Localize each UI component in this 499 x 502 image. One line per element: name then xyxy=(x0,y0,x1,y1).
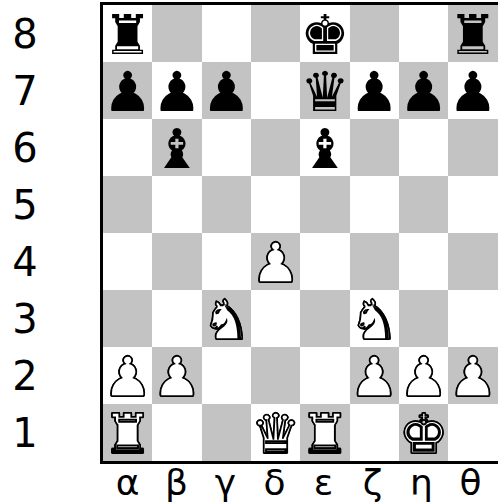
square-η7[interactable]: ♟ xyxy=(399,62,448,119)
square-ε2[interactable] xyxy=(300,347,349,404)
rank-label-7: 7 xyxy=(0,62,50,119)
square-θ2[interactable]: ♟ xyxy=(448,347,497,404)
rank-label-3: 3 xyxy=(0,290,50,347)
square-γ5[interactable] xyxy=(202,176,251,233)
square-θ6[interactable] xyxy=(448,119,497,176)
black-pawn-piece: ♟ xyxy=(399,67,448,119)
square-δ4[interactable]: ♟ xyxy=(251,233,300,290)
white-knight-piece: ♞ xyxy=(202,295,251,347)
white-pawn-piece: ♟ xyxy=(152,352,201,404)
square-δ6[interactable] xyxy=(251,119,300,176)
black-pawn-piece: ♟ xyxy=(350,67,399,119)
black-queen-piece: ♛ xyxy=(300,67,349,119)
black-pawn-piece: ♟ xyxy=(103,67,152,119)
square-ζ2[interactable]: ♟ xyxy=(350,347,399,404)
white-rook-piece: ♜ xyxy=(300,409,349,461)
square-ζ4[interactable] xyxy=(350,233,399,290)
square-θ1[interactable] xyxy=(448,404,497,461)
square-α1[interactable]: ♜ xyxy=(103,404,152,461)
white-pawn-piece: ♟ xyxy=(103,352,152,404)
square-β1[interactable] xyxy=(152,404,201,461)
rank-label-2: 2 xyxy=(0,347,50,404)
square-γ4[interactable] xyxy=(202,233,251,290)
square-γ3[interactable]: ♞ xyxy=(202,290,251,347)
white-pawn-piece: ♟ xyxy=(251,238,300,290)
white-pawn-piece: ♟ xyxy=(399,352,448,404)
square-ε8[interactable]: ♚ xyxy=(300,5,349,62)
file-label-δ: δ xyxy=(250,464,299,502)
square-δ5[interactable] xyxy=(251,176,300,233)
square-ζ7[interactable]: ♟ xyxy=(350,62,399,119)
square-ε5[interactable] xyxy=(300,176,349,233)
square-δ3[interactable] xyxy=(251,290,300,347)
square-ε7[interactable]: ♛ xyxy=(300,62,349,119)
chess-diagram: 87654321 ♜♚♜♟♟♟♛♟♟♟♝♝♟♞♞♟♟♟♟♟♜♛♜♚ αβγδεζ… xyxy=(0,0,499,502)
square-ζ5[interactable] xyxy=(350,176,399,233)
square-δ8[interactable] xyxy=(251,5,300,62)
square-α4[interactable] xyxy=(103,233,152,290)
square-β3[interactable] xyxy=(152,290,201,347)
rank-label-4: 4 xyxy=(0,233,50,290)
square-β6[interactable]: ♝ xyxy=(152,119,201,176)
square-ε4[interactable] xyxy=(300,233,349,290)
square-β4[interactable] xyxy=(152,233,201,290)
square-γ6[interactable] xyxy=(202,119,251,176)
square-α3[interactable] xyxy=(103,290,152,347)
white-pawn-piece: ♟ xyxy=(448,352,497,404)
rank-label-1: 1 xyxy=(0,404,50,461)
file-label-γ: γ xyxy=(201,464,250,502)
square-θ8[interactable]: ♜ xyxy=(448,5,497,62)
square-ε6[interactable]: ♝ xyxy=(300,119,349,176)
square-η1[interactable]: ♚ xyxy=(399,404,448,461)
square-γ8[interactable] xyxy=(202,5,251,62)
square-δ2[interactable] xyxy=(251,347,300,404)
square-η5[interactable] xyxy=(399,176,448,233)
rank-label-8: 8 xyxy=(0,5,50,62)
black-rook-piece: ♜ xyxy=(448,10,497,62)
square-ε3[interactable] xyxy=(300,290,349,347)
square-θ7[interactable]: ♟ xyxy=(448,62,497,119)
square-α5[interactable] xyxy=(103,176,152,233)
black-bishop-piece: ♝ xyxy=(300,124,349,176)
black-pawn-piece: ♟ xyxy=(202,67,251,119)
black-king-piece: ♚ xyxy=(300,10,349,62)
black-rook-piece: ♜ xyxy=(103,10,152,62)
square-β2[interactable]: ♟ xyxy=(152,347,201,404)
file-label-ε: ε xyxy=(299,464,348,502)
rank-label-6: 6 xyxy=(0,119,50,176)
white-rook-piece: ♜ xyxy=(103,409,152,461)
square-η8[interactable] xyxy=(399,5,448,62)
file-label-η: η xyxy=(397,464,446,502)
black-bishop-piece: ♝ xyxy=(152,124,201,176)
white-pawn-piece: ♟ xyxy=(350,352,399,404)
black-pawn-piece: ♟ xyxy=(152,67,201,119)
square-β8[interactable] xyxy=(152,5,201,62)
square-θ3[interactable] xyxy=(448,290,497,347)
square-θ5[interactable] xyxy=(448,176,497,233)
white-knight-piece: ♞ xyxy=(350,295,399,347)
square-ζ1[interactable] xyxy=(350,404,399,461)
square-ζ6[interactable] xyxy=(350,119,399,176)
square-ζ3[interactable]: ♞ xyxy=(350,290,399,347)
white-queen-piece: ♛ xyxy=(251,409,300,461)
file-label-β: β xyxy=(152,464,201,502)
file-label-θ: θ xyxy=(446,464,495,502)
square-ε1[interactable]: ♜ xyxy=(300,404,349,461)
square-γ2[interactable] xyxy=(202,347,251,404)
file-label-ζ: ζ xyxy=(348,464,397,502)
square-η2[interactable]: ♟ xyxy=(399,347,448,404)
square-η3[interactable] xyxy=(399,290,448,347)
square-α6[interactable] xyxy=(103,119,152,176)
board: ♜♚♜♟♟♟♛♟♟♟♝♝♟♞♞♟♟♟♟♟♜♛♜♚ xyxy=(100,2,498,464)
square-α2[interactable]: ♟ xyxy=(103,347,152,404)
square-β7[interactable]: ♟ xyxy=(152,62,201,119)
square-β5[interactable] xyxy=(152,176,201,233)
square-α7[interactable]: ♟ xyxy=(103,62,152,119)
square-ζ8[interactable] xyxy=(350,5,399,62)
rank-label-5: 5 xyxy=(0,176,50,233)
square-δ1[interactable]: ♛ xyxy=(251,404,300,461)
square-η6[interactable] xyxy=(399,119,448,176)
square-γ1[interactable] xyxy=(202,404,251,461)
square-α8[interactable]: ♜ xyxy=(103,5,152,62)
white-king-piece: ♚ xyxy=(399,409,448,461)
black-pawn-piece: ♟ xyxy=(448,67,497,119)
square-η4[interactable] xyxy=(399,233,448,290)
square-θ4[interactable] xyxy=(448,233,497,290)
square-δ7[interactable] xyxy=(251,62,300,119)
square-γ7[interactable]: ♟ xyxy=(202,62,251,119)
file-label-α: α xyxy=(103,464,152,502)
